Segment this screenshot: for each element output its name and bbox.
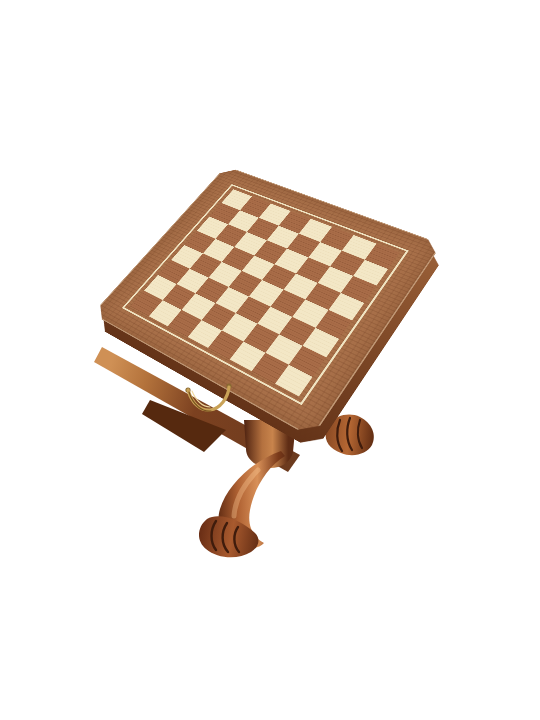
front-scroll-foot [199, 516, 259, 557]
right-foot-flutes [337, 418, 362, 451]
front-foot-flutes [212, 521, 240, 552]
front-leg-highlight [234, 470, 258, 516]
drawer-handle-shadow [189, 392, 211, 411]
product-photo-chess-table [0, 0, 540, 720]
tabletop [92, 166, 442, 438]
front-leg [219, 451, 285, 548]
drawer-handle-highlight [192, 391, 210, 407]
handle-post [185, 387, 190, 392]
drawer-front-corner [142, 400, 226, 452]
